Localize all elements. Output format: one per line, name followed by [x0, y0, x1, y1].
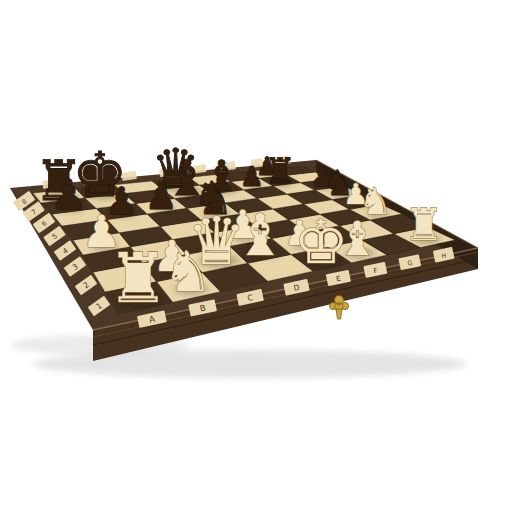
piece-black-R-g7: ♜ — [264, 151, 295, 191]
svg-text:♟: ♟ — [239, 160, 264, 192]
chess-board: 12345678ABCDEFGH♟♜♛♟♟♝♚♝♞♜♟♟♟♞♟♞♟♜♟♟♝♝♚♛… — [0, 0, 510, 510]
svg-text:♞: ♞ — [163, 239, 213, 304]
svg-text:♜: ♜ — [108, 238, 169, 318]
piece-black-P-c6: ♟ — [144, 174, 177, 218]
svg-text:♜: ♜ — [404, 199, 444, 250]
piece-white-R-a1: ♜ — [108, 238, 169, 318]
svg-text:♚: ♚ — [294, 207, 349, 277]
piece-white-R-h1: ♜ — [404, 199, 444, 250]
piece-white-N-b1: ♞ — [163, 239, 213, 304]
piece-black-P-f7: ♟ — [239, 160, 264, 192]
piece-white-K-e1: ♚ — [294, 207, 349, 277]
chess-set-photo: 12345678ABCDEFGH♟♜♛♟♟♝♚♝♞♜♟♟♟♞♟♞♟♜♟♟♝♝♚♛… — [0, 0, 510, 510]
svg-text:♟: ♟ — [144, 174, 177, 218]
svg-text:♜: ♜ — [264, 151, 295, 191]
